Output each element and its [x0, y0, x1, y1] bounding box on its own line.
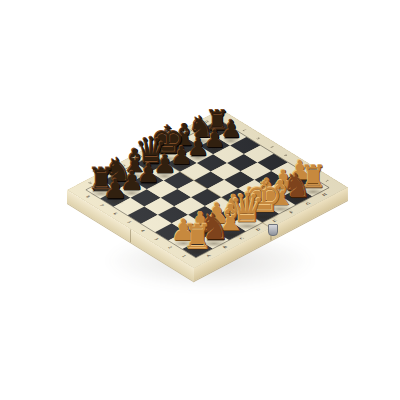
piece-shadow — [106, 198, 125, 205]
piece-white-rook-a1[interactable]: ♜ — [182, 219, 213, 254]
chess-set-photo: AABBCCDDEEFFGGHH1122334455667788 ♜♞♝♛♚♝♞… — [0, 0, 400, 400]
piece-black-pawn-a7[interactable]: ♟ — [103, 176, 127, 203]
pieces-layer: ♜♞♝♛♚♝♞♜♟♟♟♟♟♟♟♟♟♟♟♟♟♟♟♟♜♞♝♛♚♝♞♜ — [0, 0, 400, 400]
piece-shadow — [185, 249, 210, 256]
